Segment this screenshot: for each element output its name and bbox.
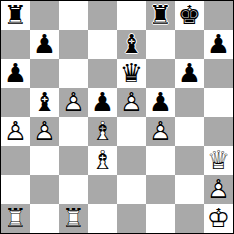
white-pawn-icon: ♟♙	[30, 117, 59, 146]
square-b4[interactable]: ♟♙	[30, 117, 59, 146]
square-e5[interactable]: ♟♙	[117, 88, 146, 117]
square-a6[interactable]: ♟	[1, 59, 30, 88]
square-f7[interactable]	[146, 30, 175, 59]
white-piece-outline: ♙	[117, 88, 146, 117]
square-a3[interactable]	[1, 146, 30, 175]
black-pawn-icon: ♟	[88, 88, 117, 117]
white-piece-outline: ♗	[88, 117, 117, 146]
white-pawn-icon: ♟♙	[146, 117, 175, 146]
square-a7[interactable]	[1, 30, 30, 59]
black-rook-icon: ♜	[1, 1, 30, 30]
square-a4[interactable]: ♟♙	[1, 117, 30, 146]
black-pawn-icon: ♟	[1, 59, 30, 88]
square-g5[interactable]	[175, 88, 204, 117]
square-c6[interactable]	[59, 59, 88, 88]
square-a2[interactable]	[1, 175, 30, 204]
square-h8[interactable]	[204, 1, 233, 30]
white-bishop-icon: ♝♗	[88, 117, 117, 146]
square-c4[interactable]	[59, 117, 88, 146]
square-b3[interactable]	[30, 146, 59, 175]
square-h2[interactable]: ♟♙	[204, 175, 233, 204]
square-d3[interactable]: ♝♗	[88, 146, 117, 175]
square-b8[interactable]	[30, 1, 59, 30]
black-bishop-icon: ♝	[117, 30, 146, 59]
square-b1[interactable]	[30, 204, 59, 233]
square-g2[interactable]	[175, 175, 204, 204]
square-d7[interactable]	[88, 30, 117, 59]
square-g4[interactable]	[175, 117, 204, 146]
square-g6[interactable]: ♟	[175, 59, 204, 88]
white-bishop-icon: ♝♗	[88, 146, 117, 175]
square-a8[interactable]: ♜	[1, 1, 30, 30]
square-f5[interactable]: ♟	[146, 88, 175, 117]
square-d8[interactable]	[88, 1, 117, 30]
square-c1[interactable]: ♜♖	[59, 204, 88, 233]
white-pawn-icon: ♟♙	[117, 88, 146, 117]
square-h3[interactable]: ♛♕	[204, 146, 233, 175]
square-b5[interactable]: ♝	[30, 88, 59, 117]
square-h1[interactable]: ♚♔	[204, 204, 233, 233]
square-d6[interactable]	[88, 59, 117, 88]
square-e3[interactable]	[117, 146, 146, 175]
square-c5[interactable]: ♟♙	[59, 88, 88, 117]
square-c3[interactable]	[59, 146, 88, 175]
square-d5[interactable]: ♟	[88, 88, 117, 117]
square-c7[interactable]	[59, 30, 88, 59]
white-piece-outline: ♖	[59, 204, 88, 233]
black-pawn-icon: ♟	[175, 59, 204, 88]
white-piece-outline: ♔	[204, 204, 233, 233]
black-pawn-icon: ♟	[204, 30, 233, 59]
square-e4[interactable]	[117, 117, 146, 146]
black-pawn-icon: ♟	[30, 30, 59, 59]
white-piece-outline: ♗	[88, 146, 117, 175]
black-rook-icon: ♜	[146, 1, 175, 30]
white-piece-outline: ♕	[204, 146, 233, 175]
square-h5[interactable]	[204, 88, 233, 117]
square-b2[interactable]	[30, 175, 59, 204]
square-h7[interactable]: ♟	[204, 30, 233, 59]
white-piece-outline: ♙	[59, 88, 88, 117]
black-queen-icon: ♛	[117, 59, 146, 88]
white-rook-icon: ♜♖	[1, 204, 30, 233]
square-f2[interactable]	[146, 175, 175, 204]
white-piece-outline: ♙	[204, 175, 233, 204]
white-piece-outline: ♙	[30, 117, 59, 146]
white-queen-icon: ♛♕	[204, 146, 233, 175]
square-f8[interactable]: ♜	[146, 1, 175, 30]
square-b6[interactable]	[30, 59, 59, 88]
square-e7[interactable]: ♝	[117, 30, 146, 59]
white-rook-icon: ♜♖	[59, 204, 88, 233]
square-g7[interactable]	[175, 30, 204, 59]
square-c2[interactable]	[59, 175, 88, 204]
square-a5[interactable]	[1, 88, 30, 117]
square-f6[interactable]	[146, 59, 175, 88]
white-pawn-icon: ♟♙	[59, 88, 88, 117]
white-piece-outline: ♙	[1, 117, 30, 146]
square-g1[interactable]	[175, 204, 204, 233]
square-b7[interactable]: ♟	[30, 30, 59, 59]
square-e1[interactable]	[117, 204, 146, 233]
square-h6[interactable]	[204, 59, 233, 88]
square-d4[interactable]: ♝♗	[88, 117, 117, 146]
white-king-icon: ♚♔	[204, 204, 233, 233]
square-f4[interactable]: ♟♙	[146, 117, 175, 146]
black-king-icon: ♚	[175, 1, 204, 30]
square-g8[interactable]: ♚	[175, 1, 204, 30]
black-bishop-icon: ♝	[30, 88, 59, 117]
square-f3[interactable]	[146, 146, 175, 175]
white-pawn-icon: ♟♙	[1, 117, 30, 146]
white-piece-outline: ♙	[146, 117, 175, 146]
square-d1[interactable]	[88, 204, 117, 233]
square-e8[interactable]	[117, 1, 146, 30]
square-e2[interactable]	[117, 175, 146, 204]
square-h4[interactable]	[204, 117, 233, 146]
chess-board: ♜♜♚♟♝♟♟♛♟♝♟♙♟♟♙♟♟♙♟♙♝♗♟♙♝♗♛♕♟♙♜♖♜♖♚♔	[0, 0, 234, 234]
square-e6[interactable]: ♛	[117, 59, 146, 88]
square-d2[interactable]	[88, 175, 117, 204]
white-pawn-icon: ♟♙	[204, 175, 233, 204]
white-piece-outline: ♖	[1, 204, 30, 233]
square-a1[interactable]: ♜♖	[1, 204, 30, 233]
square-c8[interactable]	[59, 1, 88, 30]
black-pawn-icon: ♟	[146, 88, 175, 117]
square-g3[interactable]	[175, 146, 204, 175]
square-f1[interactable]	[146, 204, 175, 233]
